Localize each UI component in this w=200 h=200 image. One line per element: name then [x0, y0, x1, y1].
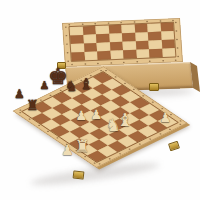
frame-dot: [162, 60, 164, 61]
frame-dot: [29, 104, 32, 106]
frame-dot: [71, 63, 73, 64]
frame-dot: [118, 153, 121, 155]
frame-dot: [114, 76, 117, 78]
frame-dot: [160, 108, 163, 110]
frame-dot: [79, 79, 82, 81]
frame-dot: [46, 131, 49, 133]
frame-dot: [128, 148, 131, 150]
frame-dot: [19, 109, 22, 111]
frame-dot: [81, 24, 83, 25]
frame-dot: [59, 89, 62, 91]
frame-dot: [175, 59, 177, 60]
product-photo: ♚♟♞♝♟♜♟♟♝♞♟♜♟: [0, 0, 200, 200]
box-square: [123, 50, 137, 59]
frame-dot: [148, 138, 151, 140]
box-square: [110, 50, 124, 59]
box-square: [136, 49, 150, 58]
frame-dot: [175, 22, 177, 23]
box-top-grid: [69, 23, 175, 61]
frame-dot: [28, 118, 31, 120]
frame-dot: [123, 83, 126, 85]
frame-dot: [179, 120, 182, 122]
chess-piece-b-p-a6: ♟: [14, 88, 25, 100]
brass-clasp-board-bottom: [73, 170, 85, 179]
frame-dot: [84, 156, 87, 158]
brass-clasp-board-right: [168, 141, 180, 152]
box-square: [84, 51, 98, 60]
frame-dot: [149, 60, 151, 61]
frame-dot: [136, 61, 138, 62]
frame-dot: [177, 56, 179, 57]
frame-dot: [179, 123, 182, 125]
frame-dot: [133, 21, 135, 22]
brass-clasp-box-left: [57, 62, 66, 69]
frame-dot: [120, 22, 122, 23]
box-square: [97, 51, 111, 60]
box-top: [62, 18, 183, 67]
frame-dot: [177, 47, 179, 48]
frame-dot: [49, 94, 52, 96]
frame-dot: [132, 89, 135, 91]
frame-dot: [93, 162, 96, 164]
frame-dot: [37, 125, 40, 127]
frame-dot: [176, 39, 178, 40]
box-square: [162, 48, 176, 57]
frame-dot: [56, 137, 59, 139]
box-square: [149, 49, 163, 58]
frame-dot: [67, 60, 69, 61]
frame-dot: [98, 163, 101, 165]
frame-dot: [69, 84, 72, 86]
frame-dot: [65, 144, 68, 146]
frame-dot: [142, 95, 145, 97]
frame-dot: [39, 99, 42, 101]
frame-dot: [74, 150, 77, 152]
frame-dot: [169, 114, 172, 116]
frame-dot: [104, 70, 107, 72]
frame-dot: [68, 24, 70, 25]
frame-dot: [94, 23, 96, 24]
frame-dot: [172, 20, 174, 21]
frame-dot: [108, 158, 111, 160]
frame-dot: [99, 70, 102, 72]
frame-dot: [110, 62, 112, 63]
chess-piece-b-p-b7: ♟: [40, 80, 50, 91]
frame-dot: [138, 143, 141, 145]
frame-dot: [97, 62, 99, 63]
frame-dot: [66, 43, 68, 44]
box-square: [71, 52, 85, 61]
brass-clasp-box-right: [149, 83, 159, 91]
frame-dot: [158, 133, 161, 135]
frame-dot: [107, 22, 109, 23]
frame-dot: [146, 21, 148, 22]
frame-dot: [65, 35, 67, 36]
frame-dot: [175, 30, 177, 31]
frame-dot: [84, 63, 86, 64]
frame-dot: [89, 75, 92, 77]
frame-dot: [67, 52, 69, 53]
frame-dot: [18, 112, 21, 114]
frame-dot: [151, 101, 154, 103]
frame-dot: [168, 128, 171, 130]
frame-dot: [159, 20, 161, 21]
frame-dot: [123, 61, 125, 62]
frame-dot: [65, 26, 67, 27]
